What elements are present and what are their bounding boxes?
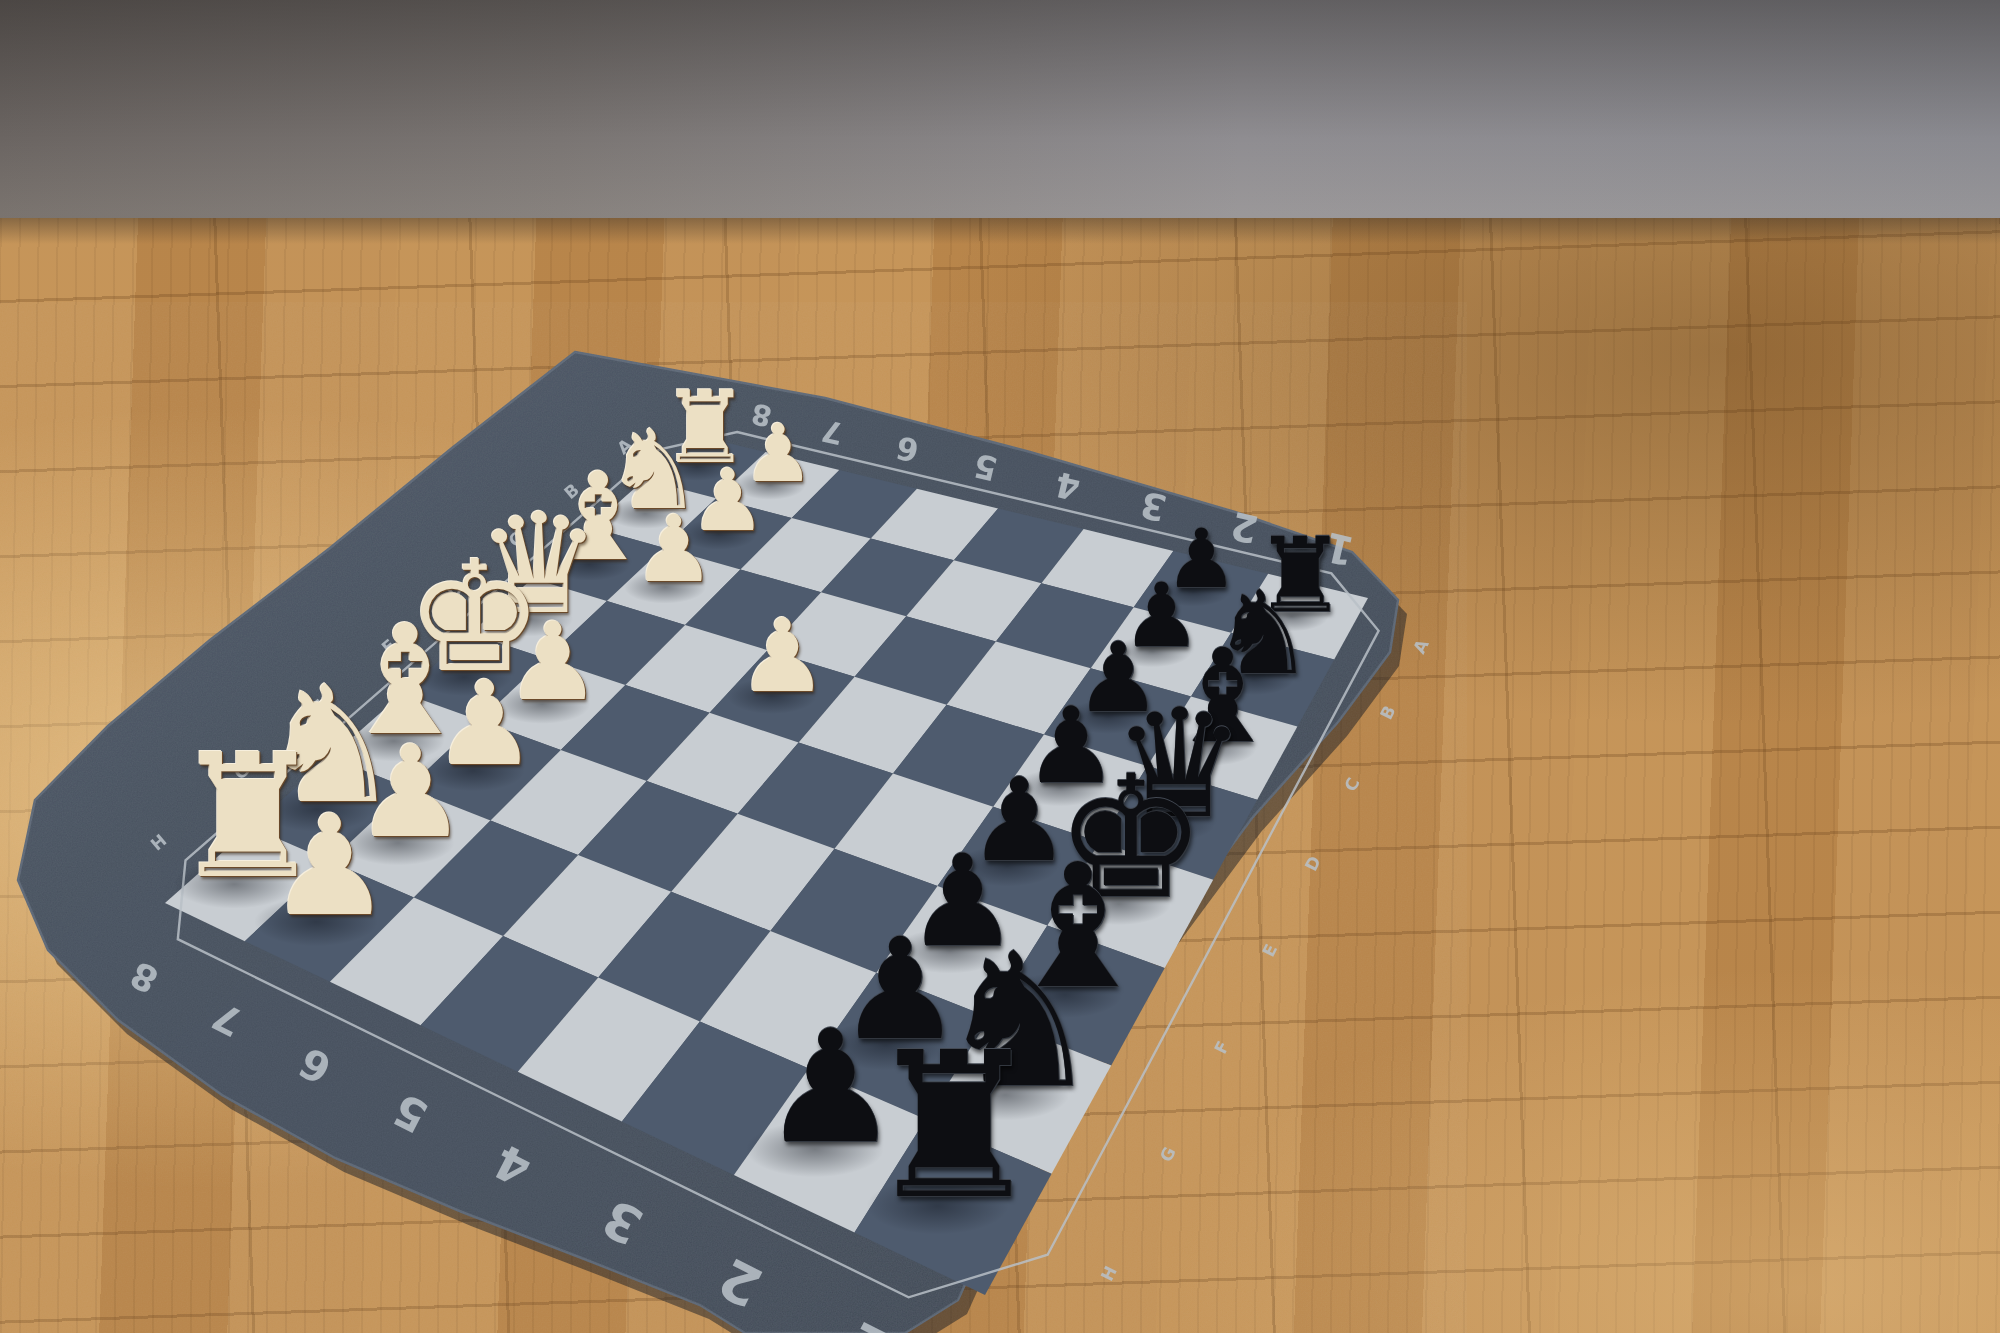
photo-stage: 8877665544332211AABBCCDDEEFFGGHH♜♞♝♛♚♝♞♜…: [0, 0, 2000, 1333]
piece-white-pawn-d5[interactable]: ♟: [737, 606, 828, 707]
piece-white-pawn-h7[interactable]: ♟: [268, 797, 393, 936]
piece-black-rook-h1[interactable]: ♜: [864, 1026, 1044, 1227]
piece-white-pawn-c7[interactable]: ♟: [633, 504, 716, 596]
